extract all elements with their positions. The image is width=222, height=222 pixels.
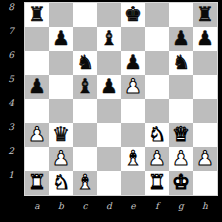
black-knight-g6[interactable]: ♞ — [169, 51, 193, 75]
black-rook-a8[interactable]: ♜ — [25, 3, 49, 27]
file-label-c: c — [73, 201, 97, 217]
black-queen-b3[interactable]: ♛ — [49, 123, 73, 147]
file-label-a: a — [25, 201, 49, 217]
chess-diagram: 87654321 ♜♚♜♟♝♟♟♞♟♞♟♝♟♟♟♛♞♛♟♝♟♟♟♜♞♝♜♚ ab… — [0, 0, 222, 222]
black-pawn-e6[interactable]: ♟ — [121, 51, 145, 75]
square-f7[interactable] — [145, 27, 169, 51]
square-h2[interactable]: ♟ — [193, 147, 217, 171]
white-rook-f1[interactable]: ♜ — [145, 171, 169, 195]
white-bishop-e2[interactable]: ♝ — [121, 147, 145, 171]
square-b7[interactable]: ♟ — [49, 27, 73, 51]
square-c8[interactable] — [73, 3, 97, 27]
square-h7[interactable]: ♟ — [193, 27, 217, 51]
square-d4[interactable] — [97, 99, 121, 123]
square-g6[interactable]: ♞ — [169, 51, 193, 75]
square-f4[interactable] — [145, 99, 169, 123]
square-d1[interactable] — [97, 171, 121, 195]
black-pawn-g7[interactable]: ♟ — [169, 27, 193, 51]
square-a8[interactable]: ♜ — [25, 3, 49, 27]
square-d2[interactable] — [97, 147, 121, 171]
black-pawn-a5[interactable]: ♟ — [25, 75, 49, 99]
square-b6[interactable] — [49, 51, 73, 75]
square-g3[interactable]: ♛ — [169, 123, 193, 147]
rank-label-6: 6 — [1, 50, 21, 74]
square-a3[interactable]: ♟ — [25, 123, 49, 147]
square-h5[interactable] — [193, 75, 217, 99]
square-a2[interactable] — [25, 147, 49, 171]
square-f2[interactable]: ♟ — [145, 147, 169, 171]
white-pawn-h2[interactable]: ♟ — [193, 147, 217, 171]
file-label-b: b — [49, 201, 73, 217]
square-b8[interactable] — [49, 3, 73, 27]
square-g4[interactable] — [169, 99, 193, 123]
square-g1[interactable]: ♚ — [169, 171, 193, 195]
rank-label-1: 1 — [1, 170, 21, 194]
square-d7[interactable]: ♝ — [97, 27, 121, 51]
white-pawn-a3[interactable]: ♟ — [25, 123, 49, 147]
white-pawn-g2[interactable]: ♟ — [169, 147, 193, 171]
square-e2[interactable]: ♝ — [121, 147, 145, 171]
square-c1[interactable]: ♝ — [73, 171, 97, 195]
square-c4[interactable] — [73, 99, 97, 123]
black-rook-h8[interactable]: ♜ — [193, 3, 217, 27]
white-bishop-c1[interactable]: ♝ — [73, 171, 97, 195]
square-e4[interactable] — [121, 99, 145, 123]
square-f3[interactable]: ♞ — [145, 123, 169, 147]
square-f1[interactable]: ♜ — [145, 171, 169, 195]
square-d8[interactable] — [97, 3, 121, 27]
square-c5[interactable]: ♝ — [73, 75, 97, 99]
black-king-e8[interactable]: ♚ — [121, 3, 145, 27]
chess-board[interactable]: ♜♚♜♟♝♟♟♞♟♞♟♝♟♟♟♛♞♛♟♝♟♟♟♜♞♝♜♚ — [24, 2, 218, 196]
file-label-d: d — [97, 201, 121, 217]
black-bishop-c5[interactable]: ♝ — [73, 75, 97, 99]
rank-label-5: 5 — [1, 74, 21, 98]
white-rook-a1[interactable]: ♜ — [25, 171, 49, 195]
rank-label-2: 2 — [1, 146, 21, 170]
square-b2[interactable]: ♟ — [49, 147, 73, 171]
square-d3[interactable] — [97, 123, 121, 147]
square-d6[interactable] — [97, 51, 121, 75]
rank-label-8: 8 — [1, 2, 21, 26]
rank-label-4: 4 — [1, 98, 21, 122]
square-a1[interactable]: ♜ — [25, 171, 49, 195]
square-e3[interactable] — [121, 123, 145, 147]
black-pawn-h7[interactable]: ♟ — [193, 27, 217, 51]
white-pawn-f2[interactable]: ♟ — [145, 147, 169, 171]
square-e5[interactable]: ♟ — [121, 75, 145, 99]
file-label-e: e — [121, 201, 145, 217]
white-pawn-e5[interactable]: ♟ — [121, 75, 145, 99]
black-pawn-b7[interactable]: ♟ — [49, 27, 73, 51]
black-pawn-d5[interactable]: ♟ — [97, 75, 121, 99]
square-h1[interactable] — [193, 171, 217, 195]
white-knight-b1[interactable]: ♞ — [49, 171, 73, 195]
square-g7[interactable]: ♟ — [169, 27, 193, 51]
square-h6[interactable] — [193, 51, 217, 75]
rank-label-7: 7 — [1, 26, 21, 50]
square-f8[interactable] — [145, 3, 169, 27]
file-label-g: g — [169, 201, 193, 217]
white-queen-g3[interactable]: ♛ — [169, 123, 193, 147]
square-h4[interactable] — [193, 99, 217, 123]
square-b4[interactable] — [49, 99, 73, 123]
square-g8[interactable] — [169, 3, 193, 27]
square-a5[interactable]: ♟ — [25, 75, 49, 99]
square-h8[interactable]: ♜ — [193, 3, 217, 27]
square-h3[interactable] — [193, 123, 217, 147]
square-c6[interactable]: ♞ — [73, 51, 97, 75]
square-d5[interactable]: ♟ — [97, 75, 121, 99]
square-a7[interactable] — [25, 27, 49, 51]
square-b1[interactable]: ♞ — [49, 171, 73, 195]
file-label-h: h — [193, 201, 217, 217]
square-e7[interactable] — [121, 27, 145, 51]
square-g2[interactable]: ♟ — [169, 147, 193, 171]
square-c7[interactable] — [73, 27, 97, 51]
white-knight-f3[interactable]: ♞ — [145, 123, 169, 147]
square-a4[interactable] — [25, 99, 49, 123]
black-bishop-d7[interactable]: ♝ — [97, 27, 121, 51]
square-g5[interactable] — [169, 75, 193, 99]
square-c3[interactable] — [73, 123, 97, 147]
square-f5[interactable] — [145, 75, 169, 99]
square-b3[interactable]: ♛ — [49, 123, 73, 147]
square-b5[interactable] — [49, 75, 73, 99]
square-e1[interactable] — [121, 171, 145, 195]
square-e8[interactable]: ♚ — [121, 3, 145, 27]
white-pawn-b2[interactable]: ♟ — [49, 147, 73, 171]
black-knight-c6[interactable]: ♞ — [73, 51, 97, 75]
white-king-g1[interactable]: ♚ — [169, 171, 193, 195]
square-a6[interactable] — [25, 51, 49, 75]
file-label-f: f — [145, 201, 169, 217]
square-e6[interactable]: ♟ — [121, 51, 145, 75]
rank-label-3: 3 — [1, 122, 21, 146]
square-c2[interactable] — [73, 147, 97, 171]
square-f6[interactable] — [145, 51, 169, 75]
